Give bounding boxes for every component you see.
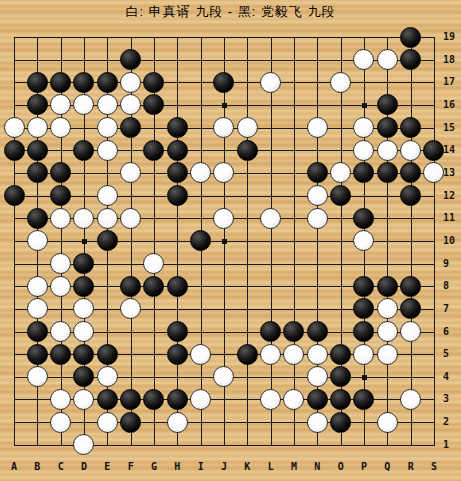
black-stone — [307, 321, 328, 342]
white-stone — [330, 162, 351, 183]
white-stone — [353, 49, 374, 70]
black-stone — [353, 389, 374, 410]
white-stone — [50, 94, 71, 115]
row-label: 12 — [443, 190, 461, 201]
black-stone — [143, 140, 164, 161]
white-stone — [27, 366, 48, 387]
white-stone — [120, 162, 141, 183]
black-stone — [27, 321, 48, 342]
black-stone — [50, 185, 71, 206]
black-stone — [50, 72, 71, 93]
black-stone — [400, 117, 421, 138]
white-stone — [73, 389, 94, 410]
white-stone — [400, 321, 421, 342]
row-label: 18 — [443, 54, 461, 65]
star-point — [362, 103, 367, 108]
column-label: Q — [377, 461, 397, 472]
column-label: P — [354, 461, 374, 472]
black-stone — [353, 276, 374, 297]
column-label: I — [191, 461, 211, 472]
row-label: 15 — [443, 122, 461, 133]
black-stone — [353, 298, 374, 319]
white-stone — [120, 94, 141, 115]
white-stone — [260, 72, 281, 93]
white-stone — [307, 412, 328, 433]
white-stone — [377, 321, 398, 342]
black-stone — [27, 140, 48, 161]
black-stone — [73, 72, 94, 93]
black-stone — [167, 321, 188, 342]
black-stone — [167, 117, 188, 138]
row-label: 8 — [443, 280, 461, 291]
black-stone — [120, 389, 141, 410]
white-stone — [377, 344, 398, 365]
white-stone — [307, 185, 328, 206]
white-stone — [353, 117, 374, 138]
white-stone — [213, 162, 234, 183]
white-stone — [190, 344, 211, 365]
white-stone — [97, 366, 118, 387]
white-stone — [97, 208, 118, 229]
black-stone — [120, 117, 141, 138]
white-stone — [97, 140, 118, 161]
black-stone — [27, 162, 48, 183]
black-stone — [143, 276, 164, 297]
grid-line-v — [294, 37, 295, 446]
column-label: A — [4, 461, 24, 472]
grid-line-h — [14, 422, 435, 423]
white-stone — [307, 366, 328, 387]
black-stone — [400, 185, 421, 206]
column-label: D — [74, 461, 94, 472]
black-stone — [73, 344, 94, 365]
black-stone — [237, 140, 258, 161]
white-stone — [167, 412, 188, 433]
black-stone — [307, 162, 328, 183]
row-label: 2 — [443, 416, 461, 427]
white-stone — [213, 366, 234, 387]
white-stone — [27, 117, 48, 138]
black-stone — [73, 276, 94, 297]
white-stone — [400, 389, 421, 410]
white-stone — [4, 117, 25, 138]
black-stone — [307, 389, 328, 410]
column-label: S — [424, 461, 444, 472]
black-stone — [377, 276, 398, 297]
white-stone — [27, 276, 48, 297]
white-stone — [120, 298, 141, 319]
row-label: 13 — [443, 167, 461, 178]
black-stone — [330, 412, 351, 433]
white-stone — [73, 208, 94, 229]
row-label: 11 — [443, 212, 461, 223]
white-stone — [97, 185, 118, 206]
column-label: G — [144, 461, 164, 472]
white-stone — [50, 321, 71, 342]
row-label: 3 — [443, 393, 461, 404]
white-stone — [73, 94, 94, 115]
white-stone — [120, 72, 141, 93]
black-stone — [423, 140, 444, 161]
black-stone — [27, 344, 48, 365]
column-label: E — [97, 461, 117, 472]
black-stone — [73, 140, 94, 161]
white-stone — [400, 140, 421, 161]
white-stone — [260, 389, 281, 410]
white-stone — [377, 412, 398, 433]
white-stone — [50, 276, 71, 297]
black-stone — [377, 117, 398, 138]
white-stone — [353, 230, 374, 251]
grid-line-v — [271, 37, 272, 446]
black-stone — [353, 321, 374, 342]
column-label: F — [121, 461, 141, 472]
row-label: 16 — [443, 99, 461, 110]
black-stone — [120, 412, 141, 433]
white-stone — [377, 49, 398, 70]
black-stone — [400, 49, 421, 70]
black-stone — [330, 366, 351, 387]
white-stone — [353, 140, 374, 161]
white-stone — [50, 412, 71, 433]
black-stone — [167, 162, 188, 183]
white-stone — [283, 344, 304, 365]
black-stone — [120, 276, 141, 297]
black-stone — [353, 208, 374, 229]
white-stone — [213, 117, 234, 138]
grid-line-v — [434, 37, 435, 446]
go-board: ABCDEFGHIJKLMNOPQRS191817161514131211109… — [0, 0, 461, 481]
white-stone — [307, 117, 328, 138]
row-label: 14 — [443, 144, 461, 155]
row-label: 1 — [443, 439, 461, 450]
white-stone — [27, 298, 48, 319]
star-point — [362, 375, 367, 380]
white-stone — [143, 253, 164, 274]
black-stone — [167, 185, 188, 206]
black-stone — [377, 162, 398, 183]
black-stone — [50, 162, 71, 183]
black-stone — [97, 389, 118, 410]
black-stone — [4, 185, 25, 206]
column-label: L — [261, 461, 281, 472]
column-label: C — [51, 461, 71, 472]
white-stone — [50, 208, 71, 229]
black-stone — [330, 389, 351, 410]
black-stone — [4, 140, 25, 161]
black-stone — [377, 94, 398, 115]
black-stone — [190, 230, 211, 251]
black-stone — [260, 321, 281, 342]
black-stone — [237, 344, 258, 365]
column-label: N — [307, 461, 327, 472]
black-stone — [143, 94, 164, 115]
black-stone — [167, 140, 188, 161]
white-stone — [50, 117, 71, 138]
white-stone — [73, 298, 94, 319]
row-label: 5 — [443, 348, 461, 359]
white-stone — [190, 162, 211, 183]
white-stone — [260, 208, 281, 229]
black-stone — [400, 276, 421, 297]
white-stone — [330, 72, 351, 93]
black-stone — [97, 72, 118, 93]
black-stone — [167, 389, 188, 410]
black-stone — [213, 72, 234, 93]
column-label: M — [284, 461, 304, 472]
white-stone — [377, 140, 398, 161]
black-stone — [167, 276, 188, 297]
column-label: R — [401, 461, 421, 472]
black-stone — [73, 253, 94, 274]
white-stone — [190, 389, 211, 410]
white-stone — [237, 117, 258, 138]
white-stone — [73, 321, 94, 342]
row-label: 19 — [443, 31, 461, 42]
row-label: 9 — [443, 258, 461, 269]
star-point — [222, 239, 227, 244]
black-stone — [97, 230, 118, 251]
star-point — [82, 239, 87, 244]
white-stone — [73, 434, 94, 455]
black-stone — [330, 185, 351, 206]
column-label: K — [237, 461, 257, 472]
white-stone — [377, 298, 398, 319]
black-stone — [143, 389, 164, 410]
row-label: 4 — [443, 371, 461, 382]
white-stone — [97, 412, 118, 433]
white-stone — [27, 230, 48, 251]
black-stone — [330, 344, 351, 365]
black-stone — [143, 72, 164, 93]
white-stone — [97, 117, 118, 138]
black-stone — [283, 321, 304, 342]
row-label: 6 — [443, 326, 461, 337]
row-label: 17 — [443, 76, 461, 87]
grid-line-v — [247, 37, 248, 446]
black-stone — [120, 49, 141, 70]
white-stone — [283, 389, 304, 410]
column-label: J — [214, 461, 234, 472]
black-stone — [97, 344, 118, 365]
star-point — [222, 103, 227, 108]
white-stone — [213, 208, 234, 229]
black-stone — [400, 162, 421, 183]
row-label: 10 — [443, 235, 461, 246]
black-stone — [27, 72, 48, 93]
column-label: B — [27, 461, 47, 472]
white-stone — [120, 208, 141, 229]
white-stone — [307, 208, 328, 229]
white-stone — [423, 162, 444, 183]
black-stone — [400, 298, 421, 319]
column-label: H — [167, 461, 187, 472]
white-stone — [353, 344, 374, 365]
black-stone — [353, 162, 374, 183]
black-stone — [27, 94, 48, 115]
white-stone — [260, 344, 281, 365]
white-stone — [307, 344, 328, 365]
black-stone — [400, 27, 421, 48]
white-stone — [97, 94, 118, 115]
row-label: 7 — [443, 303, 461, 314]
grid-line-v — [411, 37, 412, 446]
black-stone — [167, 344, 188, 365]
column-label: O — [331, 461, 351, 472]
black-stone — [73, 366, 94, 387]
black-stone — [50, 344, 71, 365]
white-stone — [50, 253, 71, 274]
black-stone — [27, 208, 48, 229]
white-stone — [50, 389, 71, 410]
